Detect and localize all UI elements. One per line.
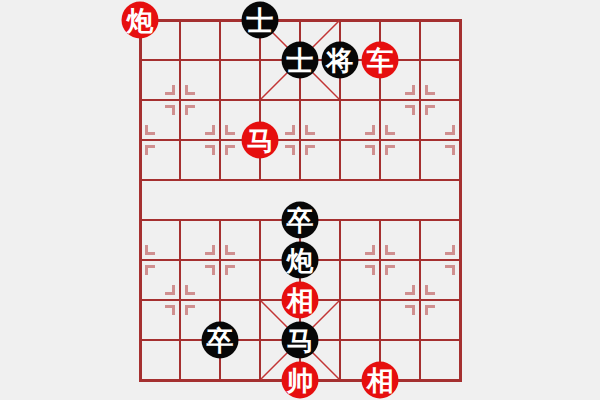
red-chariot[interactable]: 车 bbox=[362, 42, 399, 79]
black-pawn[interactable]: 卒 bbox=[202, 322, 239, 359]
red-horse[interactable]: 马 bbox=[242, 122, 279, 159]
red-elephant[interactable]: 相 bbox=[362, 362, 399, 399]
grid-line bbox=[339, 219, 341, 380]
xiangqi-board[interactable]: 炮士士将车马卒炮相卒马帅相 bbox=[140, 20, 460, 380]
black-advisor[interactable]: 士 bbox=[282, 42, 319, 79]
grid-line bbox=[419, 219, 421, 380]
red-elephant[interactable]: 相 bbox=[282, 282, 319, 319]
black-pawn[interactable]: 卒 bbox=[282, 202, 319, 239]
grid-line bbox=[219, 20, 221, 181]
grid-line bbox=[179, 219, 181, 380]
grid-line bbox=[419, 20, 421, 181]
black-cannon[interactable]: 炮 bbox=[282, 242, 319, 279]
red-cannon[interactable]: 炮 bbox=[122, 2, 159, 39]
black-horse[interactable]: 马 bbox=[282, 322, 319, 359]
black-advisor[interactable]: 士 bbox=[242, 2, 279, 39]
grid-line bbox=[179, 20, 181, 181]
black-general[interactable]: 将 bbox=[322, 42, 359, 79]
board-background: 炮士士将车马卒炮相卒马帅相 bbox=[0, 0, 600, 400]
grid-line bbox=[259, 219, 261, 380]
red-general[interactable]: 帅 bbox=[282, 362, 319, 399]
grid-line bbox=[379, 219, 381, 380]
